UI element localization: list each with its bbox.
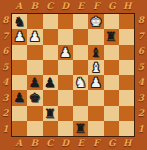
rank-label-5: 5: [2, 63, 8, 72]
square-g7[interactable]: ♜: [104, 29, 119, 44]
rank-label-1: 1: [138, 125, 144, 134]
piece-white-bishop[interactable]: ♝: [88, 60, 103, 75]
rank-label-6: 6: [2, 47, 8, 56]
rank-label-5: 5: [138, 63, 144, 72]
rank-labels-right: 87654321: [135, 13, 147, 137]
square-h3[interactable]: [119, 90, 134, 105]
rank-label-6: 6: [138, 47, 144, 56]
file-label-c: C: [42, 2, 58, 11]
piece-black-king[interactable]: ♚: [27, 90, 42, 105]
rank-label-3: 3: [2, 94, 8, 103]
square-c2[interactable]: ♜: [43, 106, 58, 121]
square-g6[interactable]: [104, 45, 119, 60]
square-e7[interactable]: [73, 29, 88, 44]
file-label-a: A: [11, 2, 27, 11]
file-label-f: F: [89, 139, 105, 148]
square-h8[interactable]: [119, 14, 134, 29]
file-labels-bottom: ABCDEFGH: [11, 137, 135, 150]
file-label-h: H: [120, 2, 136, 11]
square-a8[interactable]: ♞: [12, 14, 27, 29]
square-h7[interactable]: [119, 29, 134, 44]
square-b5[interactable]: [27, 60, 42, 75]
piece-white-pawn[interactable]: ♟: [58, 45, 73, 60]
file-label-d: D: [58, 2, 74, 11]
piece-white-pawn[interactable]: ♟: [12, 29, 27, 44]
square-h2[interactable]: [119, 106, 134, 121]
piece-black-knight[interactable]: ♞: [12, 14, 27, 29]
square-b3[interactable]: ♚: [27, 90, 42, 105]
square-b8[interactable]: [27, 14, 42, 29]
square-c7[interactable]: [43, 29, 58, 44]
square-a5[interactable]: [12, 60, 27, 75]
square-d5[interactable]: [58, 60, 73, 75]
piece-white-king[interactable]: ♚: [88, 14, 103, 29]
rank-label-8: 8: [2, 16, 8, 25]
square-c8[interactable]: [43, 14, 58, 29]
piece-white-knight[interactable]: ♞: [73, 75, 88, 90]
square-e6[interactable]: [73, 45, 88, 60]
square-c3[interactable]: [43, 90, 58, 105]
square-c6[interactable]: [43, 45, 58, 60]
rank-label-7: 7: [138, 32, 144, 41]
rank-label-3: 3: [138, 94, 144, 103]
square-e1[interactable]: ♜: [73, 121, 88, 136]
file-label-b: B: [27, 139, 43, 148]
square-b1[interactable]: [27, 121, 42, 136]
square-g5[interactable]: [104, 60, 119, 75]
square-f1[interactable]: [88, 121, 103, 136]
square-d6[interactable]: ♟: [58, 45, 73, 60]
square-e8[interactable]: [73, 14, 88, 29]
square-b7[interactable]: ♟: [27, 29, 42, 44]
square-g4[interactable]: [104, 75, 119, 90]
square-f7[interactable]: [88, 29, 103, 44]
square-b6[interactable]: [27, 45, 42, 60]
square-f3[interactable]: [88, 90, 103, 105]
square-a1[interactable]: [12, 121, 27, 136]
square-b4[interactable]: ♟: [27, 75, 42, 90]
square-g1[interactable]: [104, 121, 119, 136]
file-label-a: A: [11, 139, 27, 148]
square-g3[interactable]: [104, 90, 119, 105]
file-label-h: H: [120, 139, 136, 148]
piece-black-pawn[interactable]: ♟: [27, 75, 42, 90]
rank-labels-left: 87654321: [0, 13, 11, 137]
square-d3[interactable]: [58, 90, 73, 105]
piece-black-rook[interactable]: ♜: [104, 29, 119, 44]
file-label-g: G: [104, 2, 120, 11]
rank-label-8: 8: [138, 16, 144, 25]
square-h4[interactable]: [119, 75, 134, 90]
rank-label-4: 4: [138, 78, 144, 87]
square-a3[interactable]: ♟: [12, 90, 27, 105]
piece-white-pawn[interactable]: ♟: [88, 75, 103, 90]
file-label-c: C: [42, 139, 58, 148]
square-e3[interactable]: [73, 90, 88, 105]
chessboard-frame: ABCDEFGH 87654321 ♞♚♟♟♜♟♝♝♟♟♞♟♟♚♜♜ 87654…: [0, 0, 147, 150]
square-a2[interactable]: [12, 106, 27, 121]
square-e2[interactable]: [73, 106, 88, 121]
square-d4[interactable]: [58, 75, 73, 90]
square-c5[interactable]: [43, 60, 58, 75]
file-label-g: G: [104, 139, 120, 148]
square-h1[interactable]: [119, 121, 134, 136]
square-c4[interactable]: ♟: [43, 75, 58, 90]
square-f6[interactable]: ♝: [88, 45, 103, 60]
square-d7[interactable]: [58, 29, 73, 44]
piece-black-rook[interactable]: ♜: [43, 106, 58, 121]
square-b2[interactable]: [27, 106, 42, 121]
square-f5[interactable]: ♝: [88, 60, 103, 75]
square-g2[interactable]: [104, 106, 119, 121]
file-label-f: F: [89, 2, 105, 11]
square-g8[interactable]: [104, 14, 119, 29]
chessboard: ♞♚♟♟♜♟♝♝♟♟♞♟♟♚♜♜: [11, 13, 135, 137]
square-h6[interactable]: [119, 45, 134, 60]
rank-label-2: 2: [2, 109, 8, 118]
square-a7[interactable]: ♟: [12, 29, 27, 44]
square-h5[interactable]: [119, 60, 134, 75]
rank-label-2: 2: [138, 109, 144, 118]
square-d8[interactable]: [58, 14, 73, 29]
square-f2[interactable]: [88, 106, 103, 121]
square-e4[interactable]: ♞: [73, 75, 88, 90]
file-label-e: E: [73, 139, 89, 148]
square-d2[interactable]: [58, 106, 73, 121]
square-e5[interactable]: [73, 60, 88, 75]
square-c1[interactable]: [43, 121, 58, 136]
piece-black-bishop[interactable]: ♝: [88, 45, 103, 60]
rank-label-1: 1: [2, 125, 8, 134]
square-f8[interactable]: ♚: [88, 14, 103, 29]
file-label-d: D: [58, 139, 74, 148]
rank-label-7: 7: [2, 32, 8, 41]
file-labels-top: ABCDEFGH: [11, 0, 135, 13]
rank-label-4: 4: [2, 78, 8, 87]
piece-white-pawn[interactable]: ♟: [27, 29, 42, 44]
square-f4[interactable]: ♟: [88, 75, 103, 90]
square-a6[interactable]: [12, 45, 27, 60]
piece-black-pawn[interactable]: ♟: [12, 90, 27, 105]
file-label-b: B: [27, 2, 43, 11]
file-label-e: E: [73, 2, 89, 11]
piece-black-pawn[interactable]: ♟: [43, 75, 58, 90]
square-a4[interactable]: [12, 75, 27, 90]
piece-black-rook[interactable]: ♜: [73, 121, 88, 136]
square-d1[interactable]: [58, 121, 73, 136]
